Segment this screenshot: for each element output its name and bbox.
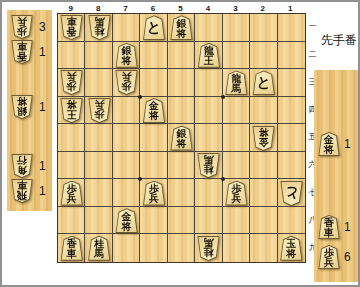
column-label: 6 xyxy=(139,3,166,13)
shogi-piece[interactable]: 香車 xyxy=(60,15,83,40)
sente-hand-tray: 金将1香車1歩兵6 xyxy=(314,70,358,282)
hand-piece-count: 1 xyxy=(344,137,351,151)
gote-hand-tray: 歩兵3香車1銀将1角行1飛車1 xyxy=(7,10,52,211)
shogi-piece[interactable]: 金将 xyxy=(115,208,138,233)
shogi-piece[interactable]: 歩兵 xyxy=(88,98,111,123)
shogi-piece[interactable]: 歩兵 xyxy=(11,15,33,39)
column-label: 5 xyxy=(167,3,194,13)
shogi-piece[interactable]: 香車 xyxy=(60,236,83,261)
shogi-piece[interactable]: 歩兵 xyxy=(143,181,166,206)
turn-indicator: 先手番 xyxy=(317,32,360,49)
column-label: 3 xyxy=(222,3,249,13)
shogi-piece[interactable]: 玉将 xyxy=(280,236,303,261)
hand-piece-count: 1 xyxy=(39,100,46,114)
hand-piece-count: 1 xyxy=(39,159,46,173)
shogi-piece[interactable]: 金将 xyxy=(318,132,340,156)
shogi-piece[interactable]: 銀将 xyxy=(170,15,193,40)
shogi-piece[interactable]: 龍馬 xyxy=(225,70,248,95)
column-label: 8 xyxy=(84,3,111,13)
shogi-piece[interactable]: 歩兵 xyxy=(60,70,83,95)
shogi-piece[interactable]: 金将 xyxy=(143,98,166,123)
shogi-piece[interactable]: 桂馬 xyxy=(88,236,111,261)
shogi-piece[interactable]: と xyxy=(143,15,166,40)
column-label: 7 xyxy=(112,3,139,13)
shogi-piece[interactable]: 龍王 xyxy=(197,43,220,68)
shogi-board: 香車桂馬と銀将銀将龍王歩兵歩兵龍馬と王将歩兵金将銀将金将桂馬歩兵歩兵歩兵と金将香… xyxy=(57,13,306,263)
shogi-piece[interactable]: 角行 xyxy=(11,154,33,178)
shogi-piece[interactable]: 歩兵 xyxy=(60,181,83,206)
shogi-piece[interactable]: と xyxy=(252,70,275,95)
shogi-diagram: 歩兵3香車1銀将1角行1飛車1 香車桂馬と銀将銀将龍王歩兵歩兵龍馬と王将歩兵金将… xyxy=(0,0,360,287)
shogi-piece[interactable]: 飛車 xyxy=(11,179,33,203)
shogi-piece[interactable]: 桂馬 xyxy=(197,236,220,261)
shogi-piece[interactable]: 王将 xyxy=(60,98,83,123)
shogi-piece[interactable]: 香車 xyxy=(318,215,340,239)
shogi-piece[interactable]: 銀将 xyxy=(11,95,33,119)
hand-piece-count: 3 xyxy=(39,20,46,34)
hand-piece-count: 1 xyxy=(39,45,46,59)
shogi-piece[interactable]: 銀将 xyxy=(115,43,138,68)
shogi-piece[interactable]: 香車 xyxy=(11,40,33,64)
shogi-piece[interactable]: 桂馬 xyxy=(88,15,111,40)
shogi-piece[interactable]: 歩兵 xyxy=(115,70,138,95)
shogi-piece[interactable]: 金将 xyxy=(252,126,275,151)
shogi-piece[interactable]: 桂馬 xyxy=(197,153,220,178)
column-label: 1 xyxy=(277,3,304,13)
board-pieces: 香車桂馬と銀将銀将龍王歩兵歩兵龍馬と王将歩兵金将銀将金将桂馬歩兵歩兵歩兵と金将香… xyxy=(58,14,305,262)
column-label: 9 xyxy=(57,3,84,13)
hand-piece-count: 6 xyxy=(344,250,351,264)
shogi-piece[interactable]: 銀将 xyxy=(170,126,193,151)
shogi-piece[interactable]: 歩兵 xyxy=(225,181,248,206)
hand-piece-count: 1 xyxy=(39,184,46,198)
hand-piece-count: 1 xyxy=(344,220,351,234)
shogi-piece[interactable]: 歩兵 xyxy=(318,245,340,269)
shogi-piece[interactable]: と xyxy=(280,181,303,206)
column-label: 2 xyxy=(249,3,276,13)
column-label: 4 xyxy=(194,3,221,13)
